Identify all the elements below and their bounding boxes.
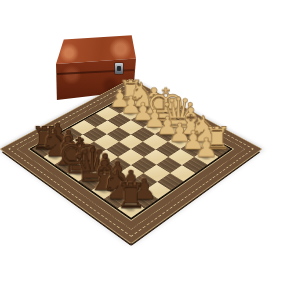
playing-grid: ♜♞♝♚♛♝♞♜♟♟♟♟♟♟♟♟♟♟♟♟♟♟♟♟♜♞♝♚♛♝♞♜	[29, 93, 233, 220]
chess-set-photo: ♜♞♝♚♛♝♞♜♟♟♟♟♟♟♟♟♟♟♟♟♟♟♟♟♜♞♝♚♛♝♞♜	[0, 0, 285, 285]
square-c4	[144, 149, 169, 165]
chess-board: ♜♞♝♚♛♝♞♜♟♟♟♟♟♟♟♟♟♟♟♟♟♟♟♟♜♞♝♚♛♝♞♜	[0, 78, 263, 244]
box-clasp-icon	[115, 63, 123, 74]
square-a8: ♜	[117, 199, 144, 218]
